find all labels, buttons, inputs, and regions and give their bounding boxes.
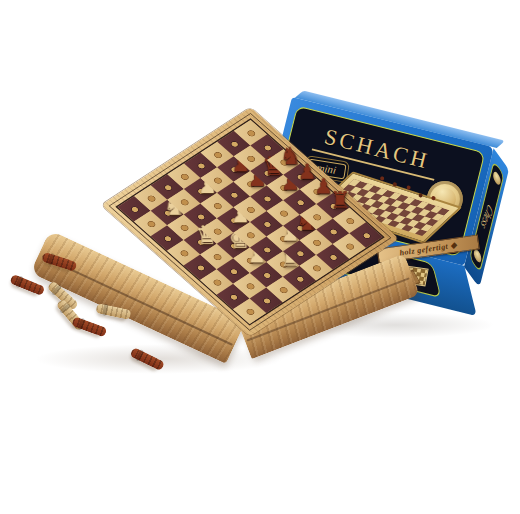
loose-dark-piece [9, 274, 41, 295]
loose-dark-piece [71, 316, 103, 336]
gold-emblem-icon [492, 169, 501, 187]
loose-dark-piece [129, 347, 160, 369]
box-photo-pieces-icon [380, 176, 385, 181]
product-photo-scene: Chess SCHACH mini holz gefertigt ◆ [0, 0, 520, 514]
box-side-title: Chess [479, 200, 495, 233]
